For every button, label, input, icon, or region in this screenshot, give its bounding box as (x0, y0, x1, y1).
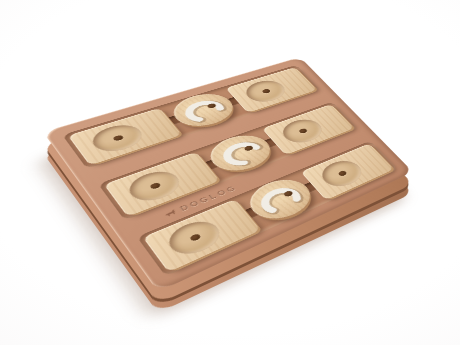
treat-bowl (240, 77, 291, 106)
dog-icon (162, 208, 179, 219)
treat-hole (298, 128, 308, 134)
treat-hole (148, 182, 160, 190)
treat-hole (261, 88, 271, 94)
cover-disc-r2c2[interactable] (201, 129, 279, 177)
slider-tile-r1c1[interactable] (68, 108, 182, 165)
treat-bowl (86, 121, 148, 157)
slider-tile-r1c3[interactable] (225, 67, 316, 113)
treat-hole (112, 134, 124, 141)
treat-bowl (276, 115, 328, 147)
treat-bowl (162, 216, 227, 261)
treat-hole (337, 170, 347, 177)
cover-disc-r1c2[interactable] (165, 89, 242, 133)
puzzle-board: DOGLOG (43, 57, 413, 292)
treat-bowl (123, 166, 186, 206)
treat-hole (188, 233, 201, 242)
rope-handle-icon (242, 173, 319, 226)
treat-bowl (315, 156, 368, 191)
product-photo-background: DOGLOG (0, 0, 460, 345)
